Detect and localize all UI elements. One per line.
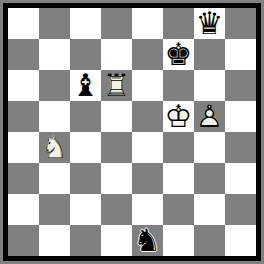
square-e3[interactable] bbox=[132, 163, 163, 194]
square-c1[interactable] bbox=[70, 225, 101, 256]
square-b1[interactable] bbox=[39, 225, 70, 256]
square-h8[interactable] bbox=[225, 8, 256, 39]
square-h3[interactable] bbox=[225, 163, 256, 194]
square-g7[interactable] bbox=[194, 39, 225, 70]
piece-glyph-outline: ♖ bbox=[101, 70, 132, 101]
square-a7[interactable] bbox=[8, 39, 39, 70]
piece-white-rook[interactable]: ♜♖ bbox=[101, 70, 132, 101]
piece-black-knight[interactable]: ♞ bbox=[132, 225, 163, 256]
chess-board-frame: ♛♚♝♜♖♚♔♟♙♞♘♞ bbox=[0, 0, 264, 264]
square-g4[interactable] bbox=[194, 132, 225, 163]
square-b5[interactable] bbox=[39, 101, 70, 132]
square-c5[interactable] bbox=[70, 101, 101, 132]
square-g5[interactable]: ♟♙ bbox=[194, 101, 225, 132]
piece-white-pawn[interactable]: ♟♙ bbox=[194, 101, 225, 132]
square-h5[interactable] bbox=[225, 101, 256, 132]
piece-white-knight[interactable]: ♞♘ bbox=[39, 132, 70, 163]
piece-glyph-outline: ♔ bbox=[163, 101, 194, 132]
piece-white-king[interactable]: ♚♔ bbox=[163, 101, 194, 132]
square-e7[interactable] bbox=[132, 39, 163, 70]
square-h1[interactable] bbox=[225, 225, 256, 256]
square-b2[interactable] bbox=[39, 194, 70, 225]
square-b7[interactable] bbox=[39, 39, 70, 70]
square-d4[interactable] bbox=[101, 132, 132, 163]
square-d8[interactable] bbox=[101, 8, 132, 39]
square-d5[interactable] bbox=[101, 101, 132, 132]
piece-glyph-fill: ♚ bbox=[163, 39, 194, 70]
piece-glyph-fill: ♞ bbox=[132, 225, 163, 256]
square-g1[interactable] bbox=[194, 225, 225, 256]
square-f7[interactable]: ♚ bbox=[163, 39, 194, 70]
square-g2[interactable] bbox=[194, 194, 225, 225]
square-g3[interactable] bbox=[194, 163, 225, 194]
square-h6[interactable] bbox=[225, 70, 256, 101]
square-d6[interactable]: ♜♖ bbox=[101, 70, 132, 101]
square-b4[interactable]: ♞♘ bbox=[39, 132, 70, 163]
square-g6[interactable] bbox=[194, 70, 225, 101]
square-b3[interactable] bbox=[39, 163, 70, 194]
square-c8[interactable] bbox=[70, 8, 101, 39]
square-a6[interactable] bbox=[8, 70, 39, 101]
piece-glyph-outline: ♘ bbox=[39, 132, 70, 163]
square-c3[interactable] bbox=[70, 163, 101, 194]
chess-board: ♛♚♝♜♖♚♔♟♙♞♘♞ bbox=[8, 8, 256, 256]
piece-black-bishop[interactable]: ♝ bbox=[70, 70, 101, 101]
square-e5[interactable] bbox=[132, 101, 163, 132]
square-a5[interactable] bbox=[8, 101, 39, 132]
square-h2[interactable] bbox=[225, 194, 256, 225]
square-a8[interactable] bbox=[8, 8, 39, 39]
square-d3[interactable] bbox=[101, 163, 132, 194]
square-f8[interactable] bbox=[163, 8, 194, 39]
square-f2[interactable] bbox=[163, 194, 194, 225]
square-f5[interactable]: ♚♔ bbox=[163, 101, 194, 132]
square-e4[interactable] bbox=[132, 132, 163, 163]
piece-glyph-outline: ♙ bbox=[194, 101, 225, 132]
square-e1[interactable]: ♞ bbox=[132, 225, 163, 256]
square-f6[interactable] bbox=[163, 70, 194, 101]
square-c2[interactable] bbox=[70, 194, 101, 225]
piece-glyph-fill: ♝ bbox=[70, 70, 101, 101]
square-g8[interactable]: ♛ bbox=[194, 8, 225, 39]
square-c4[interactable] bbox=[70, 132, 101, 163]
square-h7[interactable] bbox=[225, 39, 256, 70]
piece-glyph-fill: ♛ bbox=[194, 8, 225, 39]
square-d7[interactable] bbox=[101, 39, 132, 70]
square-a2[interactable] bbox=[8, 194, 39, 225]
square-a4[interactable] bbox=[8, 132, 39, 163]
square-e8[interactable] bbox=[132, 8, 163, 39]
square-h4[interactable] bbox=[225, 132, 256, 163]
square-d1[interactable] bbox=[101, 225, 132, 256]
square-a1[interactable] bbox=[8, 225, 39, 256]
square-b6[interactable] bbox=[39, 70, 70, 101]
piece-black-queen[interactable]: ♛ bbox=[194, 8, 225, 39]
square-d2[interactable] bbox=[101, 194, 132, 225]
square-c6[interactable]: ♝ bbox=[70, 70, 101, 101]
square-e6[interactable] bbox=[132, 70, 163, 101]
square-c7[interactable] bbox=[70, 39, 101, 70]
square-f3[interactable] bbox=[163, 163, 194, 194]
square-a3[interactable] bbox=[8, 163, 39, 194]
square-f4[interactable] bbox=[163, 132, 194, 163]
square-b8[interactable] bbox=[39, 8, 70, 39]
piece-black-king[interactable]: ♚ bbox=[163, 39, 194, 70]
square-e2[interactable] bbox=[132, 194, 163, 225]
square-f1[interactable] bbox=[163, 225, 194, 256]
